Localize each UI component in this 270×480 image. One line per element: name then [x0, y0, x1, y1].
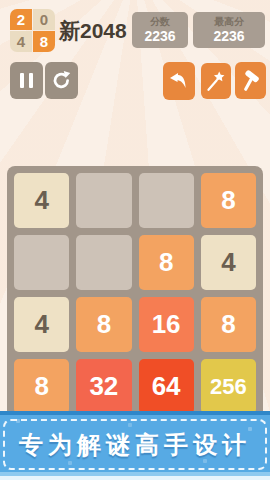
- undo-icon: [168, 70, 190, 92]
- board-cell: 8: [201, 173, 256, 228]
- undo-button[interactable]: [163, 62, 195, 100]
- best-score-box: 最高分 2236: [193, 12, 265, 48]
- hammer-button[interactable]: [235, 62, 266, 99]
- magic-wand-button[interactable]: [201, 63, 231, 99]
- board-cell: [76, 235, 131, 290]
- pause-button[interactable]: [10, 62, 43, 99]
- score-box: 分数 2236: [132, 12, 188, 48]
- board-cell: 8: [14, 359, 69, 414]
- board-cell: 256: [201, 359, 256, 414]
- banner-text: 专为解谜高手设计: [0, 429, 270, 461]
- board-cell: 16: [139, 297, 194, 352]
- app-logo: 2 0 4 8: [10, 9, 55, 52]
- logo-cell: 4: [10, 31, 32, 52]
- app-screen: 2 0 4 8 新2048 分数 2236 最高分 2236: [0, 0, 270, 480]
- logo-cell: 0: [33, 9, 55, 30]
- board-cell: 8: [139, 235, 194, 290]
- score-value: 2236: [144, 28, 175, 44]
- board-cell: 64: [139, 359, 194, 414]
- board-cell: 4: [14, 297, 69, 352]
- game-board[interactable]: 4 8 8 4 4 8 16 8 8 32 64 256: [7, 166, 263, 421]
- hammer-icon: [240, 70, 262, 92]
- board-cell: 4: [201, 235, 256, 290]
- promo-banner[interactable]: 专为解谜高手设计: [0, 411, 270, 480]
- board-cell: 4: [14, 173, 69, 228]
- app-title: 新2048: [59, 17, 127, 45]
- board-cell: [14, 235, 69, 290]
- board-cell: [139, 173, 194, 228]
- restart-icon: [51, 70, 72, 91]
- board-cell: 32: [76, 359, 131, 414]
- restart-button[interactable]: [45, 62, 78, 99]
- best-score-label: 最高分: [214, 16, 244, 28]
- board-cell: 8: [76, 297, 131, 352]
- score-label: 分数: [150, 16, 170, 28]
- board-cell: [76, 173, 131, 228]
- pause-icon: [20, 73, 33, 88]
- logo-cell: 2: [10, 9, 32, 30]
- board-cell: 8: [201, 297, 256, 352]
- magic-wand-icon: [205, 70, 227, 92]
- logo-cell: 8: [33, 31, 55, 52]
- best-score-value: 2236: [213, 28, 244, 44]
